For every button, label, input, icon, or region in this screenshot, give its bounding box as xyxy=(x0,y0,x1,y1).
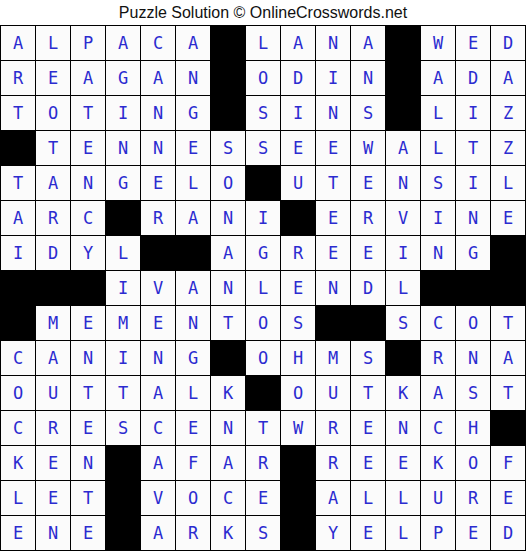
blocked-cell-r1c12 xyxy=(386,26,420,60)
grid-cell-r8c7: N xyxy=(211,271,245,305)
grid-cell-r2c10: I xyxy=(316,61,350,95)
grid-cell-r7c14: G xyxy=(456,236,490,270)
grid-cell-r3c14: I xyxy=(456,96,490,130)
grid-cell-r1c6: A xyxy=(176,26,210,60)
grid-cell-r8c10: N xyxy=(316,271,350,305)
grid-cell-r4c6: E xyxy=(176,131,210,165)
grid-cell-r5c9: U xyxy=(281,166,315,200)
grid-cell-r2c6: N xyxy=(176,61,210,95)
grid-cell-r12c3: E xyxy=(71,411,105,445)
grid-cell-r14c3: T xyxy=(71,481,105,515)
grid-cell-r6c1: A xyxy=(1,201,35,235)
grid-cell-r10c3: N xyxy=(71,341,105,375)
grid-cell-r15c12: L xyxy=(386,516,420,550)
grid-cell-r1c2: L xyxy=(36,26,70,60)
grid-cell-r7c4: L xyxy=(106,236,140,270)
blocked-cell-r8c1 xyxy=(1,271,35,305)
grid-cell-r8c5: V xyxy=(141,271,175,305)
grid-cell-r11c7: K xyxy=(211,376,245,410)
grid-cell-r12c2: R xyxy=(36,411,70,445)
grid-cell-r4c8: S xyxy=(246,131,280,165)
grid-cell-r3c9: I xyxy=(281,96,315,130)
grid-cell-r3c2: O xyxy=(36,96,70,130)
blocked-cell-r9c10 xyxy=(316,306,350,340)
grid-cell-r8c12: L xyxy=(386,271,420,305)
grid-cell-r1c8: L xyxy=(246,26,280,60)
grid-cell-r1c10: N xyxy=(316,26,350,60)
grid-cell-r2c14: D xyxy=(456,61,490,95)
blocked-cell-r7c6 xyxy=(176,236,210,270)
grid-cell-r9c9: S xyxy=(281,306,315,340)
grid-cell-r7c2: D xyxy=(36,236,70,270)
grid-cell-r10c6: G xyxy=(176,341,210,375)
grid-cell-r12c5: C xyxy=(141,411,175,445)
grid-cell-r12c6: E xyxy=(176,411,210,445)
grid-cell-r4c3: E xyxy=(71,131,105,165)
grid-cell-r1c15: D xyxy=(491,26,525,60)
grid-cell-r4c4: N xyxy=(106,131,140,165)
grid-cell-r9c12: S xyxy=(386,306,420,340)
grid-cell-r14c12: L xyxy=(386,481,420,515)
grid-cell-r12c8: T xyxy=(246,411,280,445)
grid-cell-r12c11: E xyxy=(351,411,385,445)
grid-cell-r4c11: W xyxy=(351,131,385,165)
grid-cell-r4c9: E xyxy=(281,131,315,165)
grid-cell-r10c10: M xyxy=(316,341,350,375)
grid-cell-r1c5: C xyxy=(141,26,175,60)
page-title: Puzzle Solution © OnlineCrosswords.net xyxy=(119,4,407,22)
grid-cell-r6c2: R xyxy=(36,201,70,235)
grid-cell-r14c10: A xyxy=(316,481,350,515)
grid-cell-r13c3: N xyxy=(71,446,105,480)
grid-cell-r3c10: N xyxy=(316,96,350,130)
grid-cell-r14c11: L xyxy=(351,481,385,515)
grid-cell-r15c8: S xyxy=(246,516,280,550)
grid-cell-r15c6: R xyxy=(176,516,210,550)
grid-cell-r13c5: A xyxy=(141,446,175,480)
blocked-cell-r8c14 xyxy=(456,271,490,305)
grid-cell-r9c4: M xyxy=(106,306,140,340)
grid-cell-r4c10: E xyxy=(316,131,350,165)
grid-cell-r10c5: N xyxy=(141,341,175,375)
grid-cell-r11c6: L xyxy=(176,376,210,410)
puzzle-solution-page: Puzzle Solution © OnlineCrosswords.net A… xyxy=(0,0,526,551)
grid-cell-r14c1: L xyxy=(1,481,35,515)
grid-cell-r4c14: T xyxy=(456,131,490,165)
grid-cell-r1c14: E xyxy=(456,26,490,60)
grid-cell-r7c1: I xyxy=(1,236,35,270)
grid-cell-r5c14: I xyxy=(456,166,490,200)
grid-cell-r4c2: T xyxy=(36,131,70,165)
grid-cell-r4c5: N xyxy=(141,131,175,165)
grid-cell-r6c14: N xyxy=(456,201,490,235)
grid-cell-r7c9: R xyxy=(281,236,315,270)
grid-cell-r13c11: E xyxy=(351,446,385,480)
grid-cell-r6c12: V xyxy=(386,201,420,235)
grid-cell-r5c7: O xyxy=(211,166,245,200)
grid-cell-r10c8: O xyxy=(246,341,280,375)
grid-cell-r12c1: C xyxy=(1,411,35,445)
blocked-cell-r7c5 xyxy=(141,236,175,270)
grid-cell-r8c9: E xyxy=(281,271,315,305)
grid-cell-r15c13: P xyxy=(421,516,455,550)
grid-cell-r11c12: K xyxy=(386,376,420,410)
grid-cell-r2c15: A xyxy=(491,61,525,95)
grid-cell-r12c7: N xyxy=(211,411,245,445)
blocked-cell-r6c4 xyxy=(106,201,140,235)
grid-cell-r5c13: S xyxy=(421,166,455,200)
grid-cell-r2c11: N xyxy=(351,61,385,95)
grid-cell-r5c6: L xyxy=(176,166,210,200)
blocked-cell-r13c9 xyxy=(281,446,315,480)
blocked-cell-r9c1 xyxy=(1,306,35,340)
grid-cell-r5c4: G xyxy=(106,166,140,200)
grid-cell-r15c15: D xyxy=(491,516,525,550)
grid-cell-r6c7: N xyxy=(211,201,245,235)
grid-cell-r7c12: I xyxy=(386,236,420,270)
grid-cell-r5c12: N xyxy=(386,166,420,200)
grid-cell-r7c7: A xyxy=(211,236,245,270)
grid-cell-r14c8: E xyxy=(246,481,280,515)
grid-cell-r2c4: G xyxy=(106,61,140,95)
grid-cell-r15c14: E xyxy=(456,516,490,550)
blocked-cell-r3c7 xyxy=(211,96,245,130)
grid-cell-r2c13: A xyxy=(421,61,455,95)
grid-cell-r10c1: C xyxy=(1,341,35,375)
grid-cell-r13c8: R xyxy=(246,446,280,480)
grid-cell-r14c15: E xyxy=(491,481,525,515)
grid-cell-r14c6: O xyxy=(176,481,210,515)
grid-cell-r5c2: A xyxy=(36,166,70,200)
grid-cell-r5c5: E xyxy=(141,166,175,200)
grid-cell-r10c4: I xyxy=(106,341,140,375)
grid-cell-r5c15: L xyxy=(491,166,525,200)
blocked-cell-r5c8 xyxy=(246,166,280,200)
grid-cell-r15c2: N xyxy=(36,516,70,550)
blocked-cell-r8c15 xyxy=(491,271,525,305)
grid-cell-r10c13: R xyxy=(421,341,455,375)
grid-cell-r10c15: A xyxy=(491,341,525,375)
grid-cell-r9c6: N xyxy=(176,306,210,340)
grid-cell-r10c14: N xyxy=(456,341,490,375)
blocked-cell-r8c13 xyxy=(421,271,455,305)
title-bar: Puzzle Solution © OnlineCrosswords.net xyxy=(0,0,526,25)
grid-cell-r7c8: G xyxy=(246,236,280,270)
grid-cell-r9c8: O xyxy=(246,306,280,340)
grid-cell-r8c4: I xyxy=(106,271,140,305)
grid-cell-r3c3: T xyxy=(71,96,105,130)
blocked-cell-r2c12 xyxy=(386,61,420,95)
blocked-cell-r2c7 xyxy=(211,61,245,95)
grid-cell-r1c9: A xyxy=(281,26,315,60)
blocked-cell-r13c4 xyxy=(106,446,140,480)
blocked-cell-r10c12 xyxy=(386,341,420,375)
grid-cell-r15c7: K xyxy=(211,516,245,550)
grid-cell-r4c12: A xyxy=(386,131,420,165)
grid-cell-r10c2: A xyxy=(36,341,70,375)
grid-cell-r1c13: W xyxy=(421,26,455,60)
grid-cell-r9c3: E xyxy=(71,306,105,340)
blocked-cell-r14c4 xyxy=(106,481,140,515)
grid-cell-r6c13: I xyxy=(421,201,455,235)
grid-cell-r15c10: Y xyxy=(316,516,350,550)
grid-cell-r14c13: U xyxy=(421,481,455,515)
blocked-cell-r8c2 xyxy=(36,271,70,305)
grid-cell-r7c13: N xyxy=(421,236,455,270)
grid-cell-r12c12: N xyxy=(386,411,420,445)
blocked-cell-r10c7 xyxy=(211,341,245,375)
grid-cell-r1c11: A xyxy=(351,26,385,60)
blocked-cell-r6c9 xyxy=(281,201,315,235)
grid-cell-r6c15: E xyxy=(491,201,525,235)
grid-cell-r9c7: T xyxy=(211,306,245,340)
grid-cell-r11c11: T xyxy=(351,376,385,410)
grid-cell-r9c5: E xyxy=(141,306,175,340)
grid-cell-r11c14: S xyxy=(456,376,490,410)
grid-cell-r1c3: P xyxy=(71,26,105,60)
grid-cell-r11c2: U xyxy=(36,376,70,410)
grid-cell-r11c13: A xyxy=(421,376,455,410)
grid-cell-r13c15: F xyxy=(491,446,525,480)
grid-cell-r13c13: K xyxy=(421,446,455,480)
grid-cell-r14c14: R xyxy=(456,481,490,515)
grid-cell-r11c10: U xyxy=(316,376,350,410)
grid-cell-r6c3: C xyxy=(71,201,105,235)
grid-cell-r7c11: E xyxy=(351,236,385,270)
grid-cell-r9c14: O xyxy=(456,306,490,340)
grid-cell-r11c9: O xyxy=(281,376,315,410)
grid-cell-r5c10: T xyxy=(316,166,350,200)
grid-cell-r6c10: E xyxy=(316,201,350,235)
grid-cell-r2c8: O xyxy=(246,61,280,95)
grid-cell-r8c8: L xyxy=(246,271,280,305)
grid-cell-r12c10: R xyxy=(316,411,350,445)
grid-cell-r13c6: F xyxy=(176,446,210,480)
grid-cell-r12c4: S xyxy=(106,411,140,445)
grid-cell-r2c5: A xyxy=(141,61,175,95)
grid-cell-r3c13: L xyxy=(421,96,455,130)
blocked-cell-r1c7 xyxy=(211,26,245,60)
grid-cell-r11c5: A xyxy=(141,376,175,410)
grid-cell-r3c4: I xyxy=(106,96,140,130)
grid-cell-r2c3: A xyxy=(71,61,105,95)
grid-cell-r2c2: E xyxy=(36,61,70,95)
grid-cell-r11c1: O xyxy=(1,376,35,410)
grid-cell-r12c9: W xyxy=(281,411,315,445)
blocked-cell-r9c11 xyxy=(351,306,385,340)
grid-cell-r1c1: A xyxy=(1,26,35,60)
blocked-cell-r12c15 xyxy=(491,411,525,445)
blocked-cell-r7c15 xyxy=(491,236,525,270)
grid-cell-r14c2: E xyxy=(36,481,70,515)
grid-cell-r7c10: E xyxy=(316,236,350,270)
blocked-cell-r15c4 xyxy=(106,516,140,550)
grid-cell-r13c14: O xyxy=(456,446,490,480)
grid-cell-r12c13: C xyxy=(421,411,455,445)
grid-cell-r5c1: T xyxy=(1,166,35,200)
grid-cell-r14c7: C xyxy=(211,481,245,515)
grid-cell-r8c11: D xyxy=(351,271,385,305)
grid-cell-r11c15: T xyxy=(491,376,525,410)
grid-cell-r9c15: T xyxy=(491,306,525,340)
blocked-cell-r4c1 xyxy=(1,131,35,165)
grid-cell-r13c2: E xyxy=(36,446,70,480)
grid-cell-r3c6: G xyxy=(176,96,210,130)
grid-cell-r10c9: H xyxy=(281,341,315,375)
grid-cell-r6c8: I xyxy=(246,201,280,235)
grid-cell-r10c11: S xyxy=(351,341,385,375)
grid-cell-r4c15: Z xyxy=(491,131,525,165)
grid-cell-r2c9: D xyxy=(281,61,315,95)
blocked-cell-r8c3 xyxy=(71,271,105,305)
grid-cell-r6c11: R xyxy=(351,201,385,235)
grid-cell-r7c3: Y xyxy=(71,236,105,270)
grid-cell-r6c5: R xyxy=(141,201,175,235)
grid-cell-r11c4: T xyxy=(106,376,140,410)
blocked-cell-r11c8 xyxy=(246,376,280,410)
crossword-grid: ALPACALANAWEDREAGANODINADATOTINGSINSLIZT… xyxy=(0,25,526,551)
grid-cell-r13c12: E xyxy=(386,446,420,480)
grid-cell-r5c3: N xyxy=(71,166,105,200)
grid-cell-r3c15: Z xyxy=(491,96,525,130)
grid-cell-r3c11: S xyxy=(351,96,385,130)
grid-cell-r2c1: R xyxy=(1,61,35,95)
blocked-cell-r3c12 xyxy=(386,96,420,130)
grid-cell-r15c1: E xyxy=(1,516,35,550)
grid-cell-r4c7: S xyxy=(211,131,245,165)
grid-cell-r13c1: K xyxy=(1,446,35,480)
grid-cell-r4c13: L xyxy=(421,131,455,165)
blocked-cell-r15c9 xyxy=(281,516,315,550)
grid-cell-r6c6: A xyxy=(176,201,210,235)
grid-cell-r13c7: A xyxy=(211,446,245,480)
grid-cell-r14c5: V xyxy=(141,481,175,515)
grid-cell-r9c2: M xyxy=(36,306,70,340)
grid-cell-r12c14: H xyxy=(456,411,490,445)
grid-cell-r1c4: A xyxy=(106,26,140,60)
grid-cell-r3c8: S xyxy=(246,96,280,130)
grid-cell-r13c10: R xyxy=(316,446,350,480)
grid-cell-r9c13: C xyxy=(421,306,455,340)
blocked-cell-r14c9 xyxy=(281,481,315,515)
grid-cell-r15c5: A xyxy=(141,516,175,550)
grid-cell-r8c6: A xyxy=(176,271,210,305)
grid-cell-r15c11: E xyxy=(351,516,385,550)
grid-cell-r3c5: N xyxy=(141,96,175,130)
grid-cell-r5c11: E xyxy=(351,166,385,200)
grid-cell-r11c3: T xyxy=(71,376,105,410)
grid-cell-r15c3: E xyxy=(71,516,105,550)
grid-cell-r3c1: T xyxy=(1,96,35,130)
